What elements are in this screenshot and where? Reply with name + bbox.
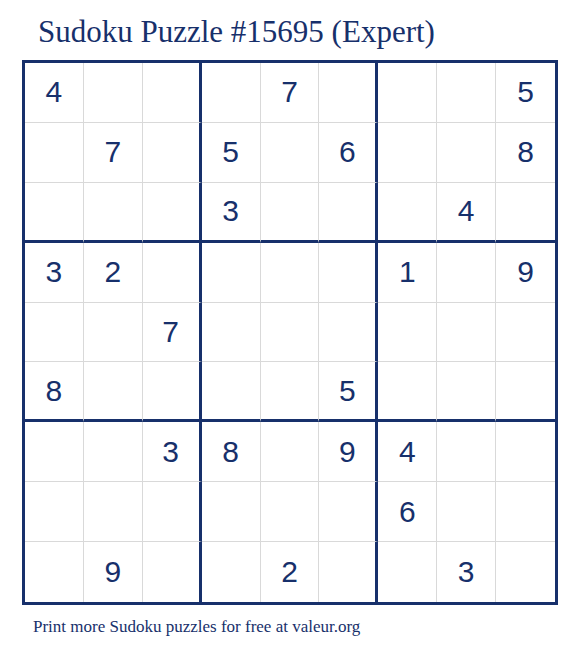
cell-r9c2[interactable]: 9	[84, 542, 143, 602]
cell-r4c8[interactable]	[437, 243, 496, 303]
cell-r4c4[interactable]	[202, 243, 261, 303]
page-title: Sudoku Puzzle #15695 (Expert)	[38, 14, 435, 50]
cell-r1c7[interactable]	[378, 63, 437, 123]
cell-r5c8[interactable]	[437, 303, 496, 363]
cell-r3c2[interactable]	[84, 183, 143, 243]
cell-r6c9[interactable]	[496, 362, 555, 422]
cell-r9c7[interactable]	[378, 542, 437, 602]
cell-r3c4[interactable]: 3	[202, 183, 261, 243]
cell-r1c2[interactable]	[84, 63, 143, 123]
cell-r8c7[interactable]: 6	[378, 482, 437, 542]
cell-r1c1[interactable]: 4	[25, 63, 84, 123]
cell-r8c2[interactable]	[84, 482, 143, 542]
cell-r9c8[interactable]: 3	[437, 542, 496, 602]
cell-r7c2[interactable]	[84, 422, 143, 482]
cell-r5c5[interactable]	[261, 303, 320, 363]
cell-r3c5[interactable]	[261, 183, 320, 243]
cell-r6c3[interactable]	[143, 362, 202, 422]
cell-r6c5[interactable]	[261, 362, 320, 422]
cell-r6c4[interactable]	[202, 362, 261, 422]
cell-r7c6[interactable]: 9	[319, 422, 378, 482]
cell-r7c9[interactable]	[496, 422, 555, 482]
cell-r6c8[interactable]	[437, 362, 496, 422]
cell-r5c1[interactable]	[25, 303, 84, 363]
cell-r3c7[interactable]	[378, 183, 437, 243]
cell-r2c6[interactable]: 6	[319, 123, 378, 183]
cell-r8c9[interactable]	[496, 482, 555, 542]
cell-r9c4[interactable]	[202, 542, 261, 602]
cell-r6c7[interactable]	[378, 362, 437, 422]
cell-r3c1[interactable]	[25, 183, 84, 243]
cell-r5c6[interactable]	[319, 303, 378, 363]
cell-r5c4[interactable]	[202, 303, 261, 363]
cell-r8c8[interactable]	[437, 482, 496, 542]
cell-r2c5[interactable]	[261, 123, 320, 183]
cell-r5c7[interactable]	[378, 303, 437, 363]
cell-r4c5[interactable]	[261, 243, 320, 303]
cell-r3c6[interactable]	[319, 183, 378, 243]
cell-r2c4[interactable]: 5	[202, 123, 261, 183]
cell-r2c7[interactable]	[378, 123, 437, 183]
cell-r3c3[interactable]	[143, 183, 202, 243]
cell-r4c1[interactable]: 3	[25, 243, 84, 303]
cell-r5c3[interactable]: 7	[143, 303, 202, 363]
cell-r7c4[interactable]: 8	[202, 422, 261, 482]
cell-r9c1[interactable]	[25, 542, 84, 602]
cell-r6c6[interactable]: 5	[319, 362, 378, 422]
cell-r4c3[interactable]	[143, 243, 202, 303]
cell-r5c9[interactable]	[496, 303, 555, 363]
cell-r1c5[interactable]: 7	[261, 63, 320, 123]
cell-r2c8[interactable]	[437, 123, 496, 183]
cell-r5c2[interactable]	[84, 303, 143, 363]
cell-r9c6[interactable]	[319, 542, 378, 602]
cell-r1c4[interactable]	[202, 63, 261, 123]
footer-text: Print more Sudoku puzzles for free at va…	[33, 617, 360, 637]
cell-r7c3[interactable]: 3	[143, 422, 202, 482]
cell-r7c7[interactable]: 4	[378, 422, 437, 482]
cell-r8c1[interactable]	[25, 482, 84, 542]
cell-r9c5[interactable]: 2	[261, 542, 320, 602]
cell-r4c7[interactable]: 1	[378, 243, 437, 303]
cell-r1c8[interactable]	[437, 63, 496, 123]
cell-r9c3[interactable]	[143, 542, 202, 602]
cell-r6c1[interactable]: 8	[25, 362, 84, 422]
cell-r3c8[interactable]: 4	[437, 183, 496, 243]
cell-r7c1[interactable]	[25, 422, 84, 482]
cell-r4c2[interactable]: 2	[84, 243, 143, 303]
cell-r1c6[interactable]	[319, 63, 378, 123]
cell-r2c3[interactable]	[143, 123, 202, 183]
cell-r8c3[interactable]	[143, 482, 202, 542]
cell-r9c9[interactable]	[496, 542, 555, 602]
sudoku-page: Sudoku Puzzle #15695 (Expert) 4757568343…	[0, 0, 580, 651]
cell-r1c3[interactable]	[143, 63, 202, 123]
cell-r8c5[interactable]	[261, 482, 320, 542]
cell-r6c2[interactable]	[84, 362, 143, 422]
cell-r3c9[interactable]	[496, 183, 555, 243]
cell-r8c4[interactable]	[202, 482, 261, 542]
cell-r1c9[interactable]: 5	[496, 63, 555, 123]
cell-r2c1[interactable]	[25, 123, 84, 183]
cell-r4c9[interactable]: 9	[496, 243, 555, 303]
cell-r2c2[interactable]: 7	[84, 123, 143, 183]
sudoku-board: 475756834321978538946923	[22, 60, 558, 605]
cell-r8c6[interactable]	[319, 482, 378, 542]
cell-r4c6[interactable]	[319, 243, 378, 303]
cell-r7c5[interactable]	[261, 422, 320, 482]
cell-r7c8[interactable]	[437, 422, 496, 482]
cell-r2c9[interactable]: 8	[496, 123, 555, 183]
